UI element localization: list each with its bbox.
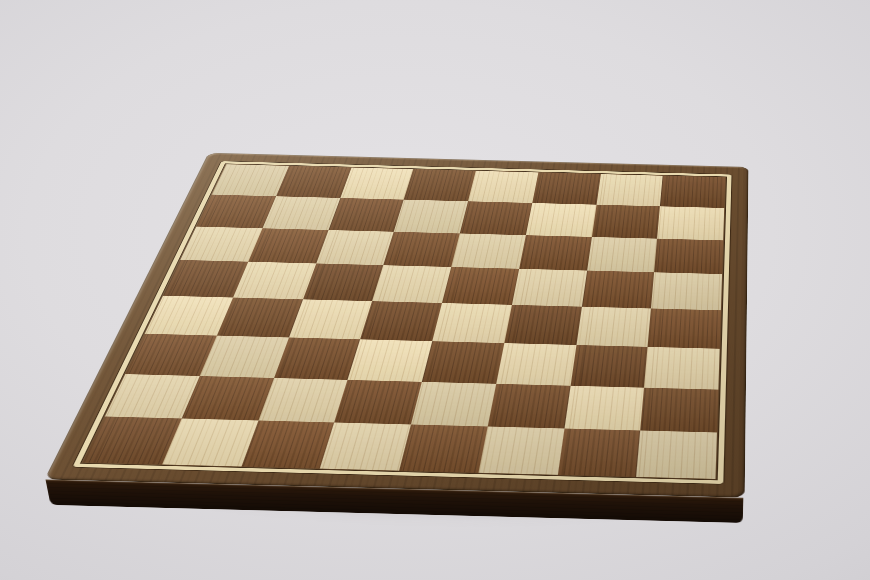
board-top-face [44, 153, 748, 498]
square-e5[interactable] [442, 267, 519, 305]
square-d5[interactable] [372, 265, 451, 303]
square-d8[interactable] [404, 169, 476, 201]
square-f7[interactable] [526, 203, 596, 237]
square-c8[interactable] [340, 168, 413, 200]
square-h8[interactable] [660, 176, 725, 208]
square-c3[interactable] [274, 337, 361, 379]
square-b2[interactable] [181, 376, 273, 421]
board-grid [83, 164, 725, 479]
square-a3[interactable] [125, 334, 216, 376]
square-e7[interactable] [460, 201, 532, 235]
square-c2[interactable] [258, 378, 348, 423]
square-g7[interactable] [592, 205, 661, 239]
square-h3[interactable] [644, 347, 719, 390]
square-d3[interactable] [348, 339, 432, 381]
square-c5[interactable] [303, 264, 384, 302]
square-b4[interactable] [217, 298, 303, 338]
square-b1[interactable] [162, 419, 258, 467]
square-g1[interactable] [557, 429, 640, 477]
square-d2[interactable] [334, 380, 422, 425]
square-h6[interactable] [654, 238, 723, 274]
square-f5[interactable] [512, 269, 587, 307]
square-e8[interactable] [468, 171, 538, 203]
square-h5[interactable] [651, 272, 722, 310]
square-c7[interactable] [328, 198, 404, 232]
chessboard [44, 153, 748, 498]
square-f6[interactable] [519, 235, 592, 271]
square-e3[interactable] [422, 341, 504, 383]
square-b3[interactable] [200, 335, 289, 377]
square-b7[interactable] [262, 196, 340, 230]
square-d7[interactable] [394, 200, 468, 234]
square-d1[interactable] [320, 423, 411, 471]
square-g6[interactable] [587, 237, 658, 273]
square-f2[interactable] [487, 383, 570, 428]
square-f1[interactable] [478, 427, 564, 475]
square-c1[interactable] [241, 421, 334, 469]
square-c6[interactable] [316, 230, 394, 266]
square-g4[interactable] [576, 307, 651, 347]
square-d4[interactable] [360, 301, 442, 341]
square-d6[interactable] [383, 232, 459, 268]
square-f3[interactable] [496, 343, 576, 385]
square-e1[interactable] [399, 425, 487, 473]
square-a4[interactable] [145, 296, 233, 336]
square-h2[interactable] [640, 387, 718, 432]
square-e6[interactable] [451, 233, 525, 269]
square-h1[interactable] [636, 431, 717, 479]
square-a2[interactable] [105, 374, 200, 419]
square-h4[interactable] [648, 308, 721, 348]
square-e2[interactable] [411, 382, 496, 427]
table-surface [0, 0, 870, 580]
square-b6[interactable] [248, 228, 328, 264]
square-c4[interactable] [289, 299, 373, 339]
square-f8[interactable] [532, 172, 600, 204]
square-g2[interactable] [564, 385, 644, 430]
square-f4[interactable] [504, 305, 581, 345]
square-e4[interactable] [432, 303, 511, 343]
board-scene [137, 0, 747, 580]
square-h7[interactable] [657, 206, 724, 240]
square-a1[interactable] [83, 417, 182, 465]
square-g3[interactable] [570, 345, 648, 388]
square-g8[interactable] [596, 174, 663, 206]
square-b8[interactable] [276, 166, 351, 198]
square-g5[interactable] [581, 271, 654, 309]
